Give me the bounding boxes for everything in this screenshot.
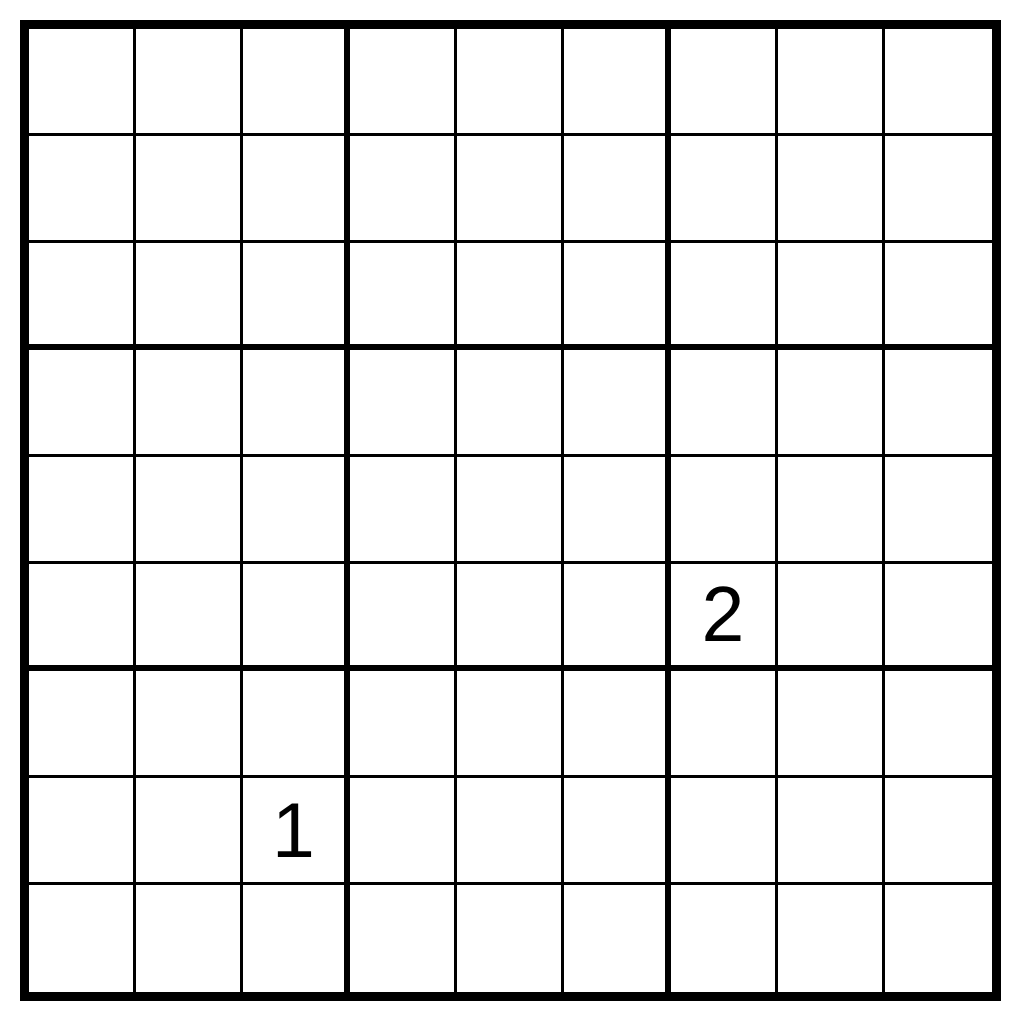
given-digit: 2	[702, 576, 745, 653]
cell-r6c5[interactable]	[457, 564, 564, 671]
cell-r9c4[interactable]	[350, 885, 457, 992]
cell-r9c7[interactable]	[671, 885, 778, 992]
cell-r7c4[interactable]	[350, 671, 457, 778]
cell-r3c7[interactable]	[671, 243, 778, 350]
cell-r4c5[interactable]	[457, 350, 564, 457]
cell-r6c6[interactable]	[564, 564, 671, 671]
cell-r2c4[interactable]	[350, 136, 457, 243]
cell-r6c4[interactable]	[350, 564, 457, 671]
cell-r5c6[interactable]	[564, 457, 671, 564]
cell-r3c1[interactable]	[29, 243, 136, 350]
cell-r7c5[interactable]	[457, 671, 564, 778]
cell-r8c4[interactable]	[350, 778, 457, 885]
cell-r7c6[interactable]	[564, 671, 671, 778]
cell-r5c9[interactable]	[885, 457, 992, 564]
cell-r2c7[interactable]	[671, 136, 778, 243]
cell-r9c8[interactable]	[778, 885, 885, 992]
cell-r9c2[interactable]	[136, 885, 243, 992]
cell-r8c1[interactable]	[29, 778, 136, 885]
cell-r6c2[interactable]	[136, 564, 243, 671]
cell-r8c2[interactable]	[136, 778, 243, 885]
cell-r8c8[interactable]	[778, 778, 885, 885]
cell-r9c3[interactable]	[243, 885, 350, 992]
cell-r3c3[interactable]	[243, 243, 350, 350]
cell-r1c4[interactable]	[350, 29, 457, 136]
cell-r4c1[interactable]	[29, 350, 136, 457]
cell-r6c7[interactable]: 2	[671, 564, 778, 671]
cell-r7c9[interactable]	[885, 671, 992, 778]
cell-r9c5[interactable]	[457, 885, 564, 992]
cell-r5c8[interactable]	[778, 457, 885, 564]
cell-r2c3[interactable]	[243, 136, 350, 243]
cell-r6c8[interactable]	[778, 564, 885, 671]
cell-r2c9[interactable]	[885, 136, 992, 243]
cell-r4c9[interactable]	[885, 350, 992, 457]
cell-r9c9[interactable]	[885, 885, 992, 992]
cell-r1c3[interactable]	[243, 29, 350, 136]
cell-r1c8[interactable]	[778, 29, 885, 136]
cell-r9c6[interactable]	[564, 885, 671, 992]
cell-r2c5[interactable]	[457, 136, 564, 243]
cell-r4c3[interactable]	[243, 350, 350, 457]
sudoku-board: 21	[20, 20, 1001, 1001]
cell-r3c8[interactable]	[778, 243, 885, 350]
cell-r5c7[interactable]	[671, 457, 778, 564]
cell-r7c8[interactable]	[778, 671, 885, 778]
cell-r6c1[interactable]	[29, 564, 136, 671]
cell-r1c9[interactable]	[885, 29, 992, 136]
cell-r4c7[interactable]	[671, 350, 778, 457]
cell-r4c6[interactable]	[564, 350, 671, 457]
cell-r7c2[interactable]	[136, 671, 243, 778]
cell-r2c1[interactable]	[29, 136, 136, 243]
cell-r5c4[interactable]	[350, 457, 457, 564]
cell-r7c1[interactable]	[29, 671, 136, 778]
cell-r3c9[interactable]	[885, 243, 992, 350]
cell-r2c6[interactable]	[564, 136, 671, 243]
cell-r4c8[interactable]	[778, 350, 885, 457]
cell-r1c6[interactable]	[564, 29, 671, 136]
cell-r8c6[interactable]	[564, 778, 671, 885]
cell-r1c7[interactable]	[671, 29, 778, 136]
cell-r1c2[interactable]	[136, 29, 243, 136]
cell-r3c6[interactable]	[564, 243, 671, 350]
cell-r5c3[interactable]	[243, 457, 350, 564]
cell-r1c1[interactable]	[29, 29, 136, 136]
cell-r1c5[interactable]	[457, 29, 564, 136]
cell-r8c9[interactable]	[885, 778, 992, 885]
cell-r3c2[interactable]	[136, 243, 243, 350]
cell-r3c5[interactable]	[457, 243, 564, 350]
cell-r5c1[interactable]	[29, 457, 136, 564]
cell-r3c4[interactable]	[350, 243, 457, 350]
cell-r8c3[interactable]: 1	[243, 778, 350, 885]
cell-r4c4[interactable]	[350, 350, 457, 457]
cell-r8c5[interactable]	[457, 778, 564, 885]
cell-r9c1[interactable]	[29, 885, 136, 992]
cell-r7c7[interactable]	[671, 671, 778, 778]
cell-r4c2[interactable]	[136, 350, 243, 457]
cell-r2c2[interactable]	[136, 136, 243, 243]
cell-r6c3[interactable]	[243, 564, 350, 671]
cell-r7c3[interactable]	[243, 671, 350, 778]
cell-r6c9[interactable]	[885, 564, 992, 671]
cell-r2c8[interactable]	[778, 136, 885, 243]
given-digit: 1	[272, 792, 315, 869]
cell-r5c5[interactable]	[457, 457, 564, 564]
cell-r8c7[interactable]	[671, 778, 778, 885]
cell-r5c2[interactable]	[136, 457, 243, 564]
